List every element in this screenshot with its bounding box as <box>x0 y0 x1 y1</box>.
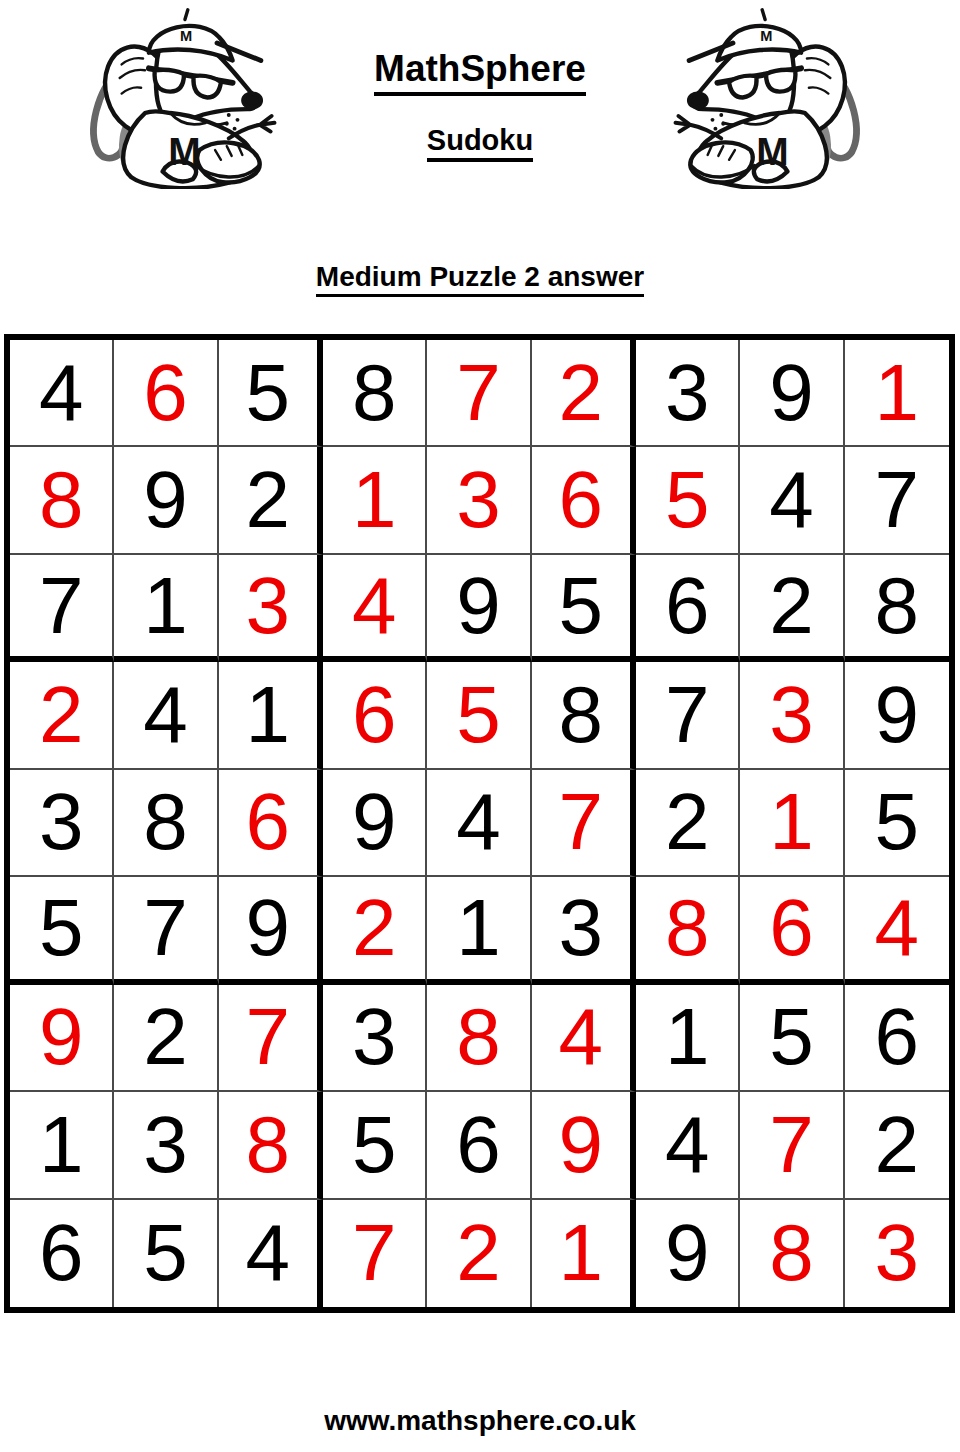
sudoku-cell-r2c7: 5 <box>636 447 740 554</box>
sudoku-cell-r1c8: 9 <box>740 340 844 447</box>
website-url: www.mathsphere.co.uk <box>324 1405 636 1436</box>
sudoku-cell-r6c9: 4 <box>845 877 949 984</box>
sudoku-cell-r9c2: 5 <box>114 1200 218 1307</box>
sudoku-cell-r1c7: 3 <box>636 340 740 447</box>
sudoku-cell-r9c5: 2 <box>427 1200 531 1307</box>
sudoku-cell-r6c7: 8 <box>636 877 740 984</box>
sudoku-cell-r7c5: 8 <box>427 985 531 1092</box>
sudoku-cell-r7c2: 2 <box>114 985 218 1092</box>
sudoku-cell-r3c7: 6 <box>636 555 740 662</box>
mouse-cap-letter: M <box>760 28 772 44</box>
sudoku-cell-r3c9: 8 <box>845 555 949 662</box>
sudoku-cell-r6c3: 9 <box>219 877 323 984</box>
sudoku-cell-r6c8: 6 <box>740 877 844 984</box>
sudoku-cell-r4c4: 6 <box>323 662 427 769</box>
sudoku-cell-r2c4: 1 <box>323 447 427 554</box>
sudoku-cell-r1c1: 4 <box>10 340 114 447</box>
sudoku-cell-r9c8: 8 <box>740 1200 844 1307</box>
sudoku-cell-r5c5: 4 <box>427 770 531 877</box>
sudoku-cell-r8c9: 2 <box>845 1092 949 1199</box>
sudoku-cell-r4c6: 8 <box>532 662 636 769</box>
sudoku-cell-r2c2: 9 <box>114 447 218 554</box>
sudoku-cell-r5c3: 6 <box>219 770 323 877</box>
mouse-illustration-right: M M <box>668 4 868 189</box>
sudoku-cell-r5c7: 2 <box>636 770 740 877</box>
mouse-illustration-left: M M <box>82 4 282 189</box>
sudoku-cell-r1c6: 2 <box>532 340 636 447</box>
sudoku-cell-r3c5: 9 <box>427 555 531 662</box>
sudoku-cell-r5c9: 5 <box>845 770 949 877</box>
sudoku-cell-r4c1: 2 <box>10 662 114 769</box>
sudoku-cell-r2c1: 8 <box>10 447 114 554</box>
sudoku-cell-r8c7: 4 <box>636 1092 740 1199</box>
mascot-mouse-left: M M <box>82 4 282 189</box>
sudoku-cell-r9c7: 9 <box>636 1200 740 1307</box>
sudoku-cell-r5c6: 7 <box>532 770 636 877</box>
sudoku-cell-r1c2: 6 <box>114 340 218 447</box>
sudoku-cell-r7c6: 4 <box>532 985 636 1092</box>
sudoku-cell-r7c1: 9 <box>10 985 114 1092</box>
sudoku-cell-r9c9: 3 <box>845 1200 949 1307</box>
sudoku-cell-r4c5: 5 <box>427 662 531 769</box>
sudoku-cell-r8c5: 6 <box>427 1092 531 1199</box>
sudoku-cell-r7c8: 5 <box>740 985 844 1092</box>
sudoku-cell-r2c5: 3 <box>427 447 531 554</box>
sudoku-cell-r3c6: 5 <box>532 555 636 662</box>
page-title: MathSphere <box>0 48 960 90</box>
sudoku-cell-r3c4: 4 <box>323 555 427 662</box>
sudoku-cell-r8c6: 9 <box>532 1092 636 1199</box>
sudoku-cell-r4c7: 7 <box>636 662 740 769</box>
sudoku-cell-r8c2: 3 <box>114 1092 218 1199</box>
sudoku-cell-r7c3: 7 <box>219 985 323 1092</box>
sudoku-cell-r7c4: 3 <box>323 985 427 1092</box>
page-subtitle: Sudoku <box>0 124 960 157</box>
sudoku-cell-r4c9: 9 <box>845 662 949 769</box>
sudoku-cell-r9c6: 1 <box>532 1200 636 1307</box>
sudoku-cell-r7c7: 1 <box>636 985 740 1092</box>
sudoku-cell-r1c3: 5 <box>219 340 323 447</box>
sudoku-cell-r5c4: 9 <box>323 770 427 877</box>
sudoku-cell-r2c3: 2 <box>219 447 323 554</box>
page: M M M M MathSphere Sudoku Medium Puzzle … <box>0 0 960 1452</box>
footer: www.mathsphere.co.uk <box>0 1405 960 1437</box>
sudoku-cell-r6c5: 1 <box>427 877 531 984</box>
sudoku-cell-r9c1: 6 <box>10 1200 114 1307</box>
mascot-mouse-right: M M <box>668 4 868 189</box>
sudoku-cell-r6c1: 5 <box>10 877 114 984</box>
sudoku-cell-r8c1: 1 <box>10 1092 114 1199</box>
sudoku-cell-r5c8: 1 <box>740 770 844 877</box>
sudoku-cell-r1c9: 1 <box>845 340 949 447</box>
sudoku-cell-r1c5: 7 <box>427 340 531 447</box>
sudoku-cell-r1c4: 8 <box>323 340 427 447</box>
sudoku-cell-r6c6: 3 <box>532 877 636 984</box>
sudoku-cell-r6c2: 7 <box>114 877 218 984</box>
sudoku-cell-r9c3: 4 <box>219 1200 323 1307</box>
sudoku-cell-r8c3: 8 <box>219 1092 323 1199</box>
sudoku-cell-r8c4: 5 <box>323 1092 427 1199</box>
sudoku-grid: 4658723918921365477134956282416587393869… <box>4 334 955 1313</box>
sudoku-cell-r4c3: 1 <box>219 662 323 769</box>
sudoku-cell-r3c8: 2 <box>740 555 844 662</box>
sudoku-cell-r5c2: 8 <box>114 770 218 877</box>
sudoku-cell-r8c8: 7 <box>740 1092 844 1199</box>
sudoku-cell-r3c2: 1 <box>114 555 218 662</box>
sudoku-cell-r7c9: 6 <box>845 985 949 1092</box>
sudoku-cell-r5c1: 3 <box>10 770 114 877</box>
sudoku-cell-r2c6: 6 <box>532 447 636 554</box>
puzzle-label: Medium Puzzle 2 answer <box>0 261 960 293</box>
sudoku-cell-r2c9: 7 <box>845 447 949 554</box>
sudoku-cell-r3c1: 7 <box>10 555 114 662</box>
sudoku-cell-r3c3: 3 <box>219 555 323 662</box>
sudoku-cell-r9c4: 7 <box>323 1200 427 1307</box>
sudoku-cell-r4c2: 4 <box>114 662 218 769</box>
sudoku-cell-r2c8: 4 <box>740 447 844 554</box>
mouse-cap-letter: M <box>180 28 192 44</box>
sudoku-cell-r6c4: 2 <box>323 877 427 984</box>
sudoku-cell-r4c8: 3 <box>740 662 844 769</box>
